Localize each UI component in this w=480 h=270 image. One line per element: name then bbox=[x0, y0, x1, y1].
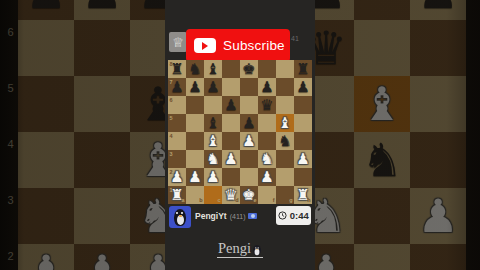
square-d3[interactable]: ♟ bbox=[222, 150, 240, 168]
square-a5[interactable]: 5 bbox=[168, 114, 186, 132]
square-a1[interactable]: 1a♜ bbox=[168, 186, 186, 204]
board-coordinate: 7 bbox=[170, 79, 173, 85]
square-h6[interactable] bbox=[294, 96, 312, 114]
channel-watermark: Pengi bbox=[165, 241, 315, 258]
flag-icon bbox=[248, 213, 257, 219]
square-b2[interactable]: ♟ bbox=[186, 168, 204, 186]
board-coordinate: 5 bbox=[170, 115, 173, 121]
black-bishop-piece[interactable]: ♝ bbox=[204, 60, 222, 78]
subscribe-label: Subscribe bbox=[223, 38, 285, 53]
square-e5[interactable]: ♟ bbox=[240, 114, 258, 132]
square-g4[interactable]: ♞ bbox=[276, 132, 294, 150]
square-f7[interactable]: ♟ bbox=[258, 78, 276, 96]
board-coordinate: h bbox=[307, 197, 310, 203]
clock-time: 0:44 bbox=[290, 210, 309, 221]
black-queen-piece[interactable]: ♛ bbox=[258, 96, 276, 114]
black-pawn-piece[interactable]: ♟ bbox=[258, 78, 276, 96]
player-rating: (411) bbox=[230, 213, 246, 220]
square-e3[interactable] bbox=[240, 150, 258, 168]
clock-icon bbox=[278, 211, 287, 220]
square-f3[interactable]: ♞ bbox=[258, 150, 276, 168]
square-e4[interactable]: ♟ bbox=[240, 132, 258, 150]
square-g2[interactable] bbox=[276, 168, 294, 186]
square-d1[interactable]: d♛ bbox=[222, 186, 240, 204]
penguin-beak bbox=[179, 215, 182, 217]
watermark-text: Pengi bbox=[218, 241, 251, 256]
square-b5[interactable] bbox=[186, 114, 204, 132]
square-b3[interactable] bbox=[186, 150, 204, 168]
chess-board[interactable]: 8♜♞♝♚♜7♟♟♟♟♟6♟♛5♝♟♝4♝♟♞3♞♟♞♟2♟♟♟♟1a♜bcd♛… bbox=[168, 60, 312, 204]
black-pawn-piece[interactable]: ♟ bbox=[186, 78, 204, 96]
black-knight-piece[interactable]: ♞ bbox=[276, 132, 294, 150]
square-f2[interactable]: ♟ bbox=[258, 168, 276, 186]
white-pawn-piece[interactable]: ♟ bbox=[204, 168, 222, 186]
square-c7[interactable]: ♟ bbox=[204, 78, 222, 96]
square-f8[interactable] bbox=[258, 60, 276, 78]
square-h4[interactable] bbox=[294, 132, 312, 150]
penguin-eye bbox=[176, 212, 178, 214]
square-b7[interactable]: ♟ bbox=[186, 78, 204, 96]
square-d7[interactable] bbox=[222, 78, 240, 96]
square-f6[interactable]: ♛ bbox=[258, 96, 276, 114]
square-g1[interactable]: g bbox=[276, 186, 294, 204]
square-g8[interactable] bbox=[276, 60, 294, 78]
board-coordinate: 1 bbox=[170, 187, 173, 193]
square-c8[interactable]: ♝ bbox=[204, 60, 222, 78]
square-a4[interactable]: 4 bbox=[168, 132, 186, 150]
square-e1[interactable]: e♚ bbox=[240, 186, 258, 204]
square-a6[interactable]: 6 bbox=[168, 96, 186, 114]
queen-photo-icon: ♕ bbox=[172, 36, 184, 49]
white-pawn-piece[interactable]: ♟ bbox=[222, 150, 240, 168]
square-f5[interactable] bbox=[258, 114, 276, 132]
black-pawn-piece[interactable]: ♟ bbox=[204, 78, 222, 96]
square-e7[interactable] bbox=[240, 78, 258, 96]
bottom-player-bar: PengiYt (411) 0:44 bbox=[165, 205, 315, 231]
square-f4[interactable] bbox=[258, 132, 276, 150]
play-triangle-icon bbox=[202, 42, 208, 50]
player-clock: 0:44 bbox=[276, 206, 311, 225]
square-d8[interactable] bbox=[222, 60, 240, 78]
square-a7[interactable]: 7♟ bbox=[168, 78, 186, 96]
video-frame: ♜♞♝♚♜♟♟♟♟♟♟♛♝♟♝♝♟♞♞♟♞♟♟♟♟♟♜♛♚♜ 6 5 4 3 2… bbox=[0, 0, 480, 270]
board-coordinate: g bbox=[289, 197, 292, 203]
board-coordinate: 8 bbox=[170, 61, 173, 67]
square-d6[interactable]: ♟ bbox=[222, 96, 240, 114]
subscribe-button[interactable]: Subscribe bbox=[186, 29, 290, 62]
board-coordinate: 3 bbox=[170, 151, 173, 157]
square-c5[interactable]: ♝ bbox=[204, 114, 222, 132]
square-h2[interactable] bbox=[294, 168, 312, 186]
player-name-line: PengiYt (411) bbox=[195, 211, 257, 221]
square-g7[interactable] bbox=[276, 78, 294, 96]
board-coordinate: a bbox=[181, 197, 184, 203]
white-pawn-piece[interactable]: ♟ bbox=[186, 168, 204, 186]
square-b6[interactable] bbox=[186, 96, 204, 114]
square-h5[interactable] bbox=[294, 114, 312, 132]
penguin-icon bbox=[252, 244, 262, 256]
square-a8[interactable]: 8♜ bbox=[168, 60, 186, 78]
white-pawn-piece[interactable]: ♟ bbox=[240, 132, 258, 150]
black-knight-piece[interactable]: ♞ bbox=[186, 60, 204, 78]
square-h7[interactable]: ♟ bbox=[294, 78, 312, 96]
board-coordinate: f bbox=[273, 197, 275, 203]
penguin-belly bbox=[177, 215, 184, 225]
square-d2[interactable] bbox=[222, 168, 240, 186]
board-coordinate: 6 bbox=[170, 97, 173, 103]
video-panel: ♕ Subscribe 41 8♜♞♝♚♜7♟♟♟♟♟6♟♛5♝♟♝4♝♟♞3♞… bbox=[165, 0, 315, 270]
player-name[interactable]: PengiYt bbox=[195, 211, 227, 221]
watermark-inner: Pengi bbox=[217, 241, 263, 258]
board-coordinate: d bbox=[235, 197, 238, 203]
black-king-piece[interactable]: ♚ bbox=[240, 60, 258, 78]
square-g5[interactable]: ♝ bbox=[276, 114, 294, 132]
white-bishop-piece[interactable]: ♝ bbox=[204, 132, 222, 150]
square-c4[interactable]: ♝ bbox=[204, 132, 222, 150]
black-rook-piece[interactable]: ♜ bbox=[294, 60, 312, 78]
square-g6[interactable] bbox=[276, 96, 294, 114]
square-c6[interactable] bbox=[204, 96, 222, 114]
white-pawn-piece[interactable]: ♟ bbox=[258, 168, 276, 186]
black-bishop-piece[interactable]: ♝ bbox=[204, 114, 222, 132]
board-coordinate: b bbox=[199, 197, 202, 203]
board-coordinate: 4 bbox=[170, 133, 173, 139]
square-b1[interactable]: b bbox=[186, 186, 204, 204]
white-knight-piece[interactable]: ♞ bbox=[258, 150, 276, 168]
black-pawn-piece[interactable]: ♟ bbox=[240, 114, 258, 132]
youtube-play-icon bbox=[194, 38, 216, 53]
top-player-avatar[interactable]: ♕ bbox=[169, 32, 187, 52]
square-h1[interactable]: h♜ bbox=[294, 186, 312, 204]
bottom-player-avatar[interactable] bbox=[169, 206, 191, 228]
square-e8[interactable]: ♚ bbox=[240, 60, 258, 78]
square-h8[interactable]: ♜ bbox=[294, 60, 312, 78]
black-pawn-piece[interactable]: ♟ bbox=[294, 78, 312, 96]
square-a3[interactable]: 3 bbox=[168, 150, 186, 168]
square-b4[interactable] bbox=[186, 132, 204, 150]
top-player-rating-fragment: 41 bbox=[291, 35, 299, 42]
square-a2[interactable]: 2♟ bbox=[168, 168, 186, 186]
board-coordinate: 2 bbox=[170, 169, 173, 175]
square-c2[interactable]: ♟ bbox=[204, 168, 222, 186]
board-coordinate: c bbox=[217, 197, 220, 203]
white-pawn-piece[interactable]: ♟ bbox=[294, 150, 312, 168]
square-e2[interactable] bbox=[240, 168, 258, 186]
black-pawn-piece[interactable]: ♟ bbox=[222, 96, 240, 114]
penguin-eye bbox=[181, 212, 183, 214]
board-coordinate: e bbox=[253, 197, 256, 203]
white-bishop-piece[interactable]: ♝ bbox=[276, 114, 294, 132]
square-d4[interactable] bbox=[222, 132, 240, 150]
square-d5[interactable] bbox=[222, 114, 240, 132]
square-g3[interactable] bbox=[276, 150, 294, 168]
square-c1[interactable]: c bbox=[204, 186, 222, 204]
square-f1[interactable]: f bbox=[258, 186, 276, 204]
white-knight-piece[interactable]: ♞ bbox=[204, 150, 222, 168]
square-e6[interactable] bbox=[240, 96, 258, 114]
square-h3[interactable]: ♟ bbox=[294, 150, 312, 168]
square-c3[interactable]: ♞ bbox=[204, 150, 222, 168]
square-b8[interactable]: ♞ bbox=[186, 60, 204, 78]
